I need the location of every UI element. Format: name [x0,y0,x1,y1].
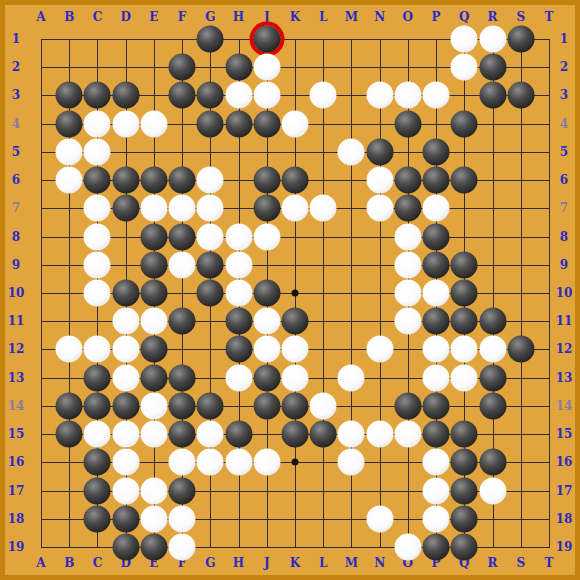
intersection[interactable] [112,25,140,53]
intersection[interactable] [83,194,111,222]
intersection[interactable] [112,166,140,194]
intersection[interactable] [478,222,506,250]
intersection[interactable] [83,448,111,476]
intersection[interactable] [112,279,140,307]
intersection[interactable] [140,476,168,504]
intersection[interactable] [140,81,168,109]
intersection[interactable] [168,420,196,448]
intersection[interactable] [140,533,168,561]
intersection[interactable] [478,279,506,307]
intersection[interactable] [337,222,365,250]
intersection[interactable] [55,110,83,138]
intersection[interactable] [112,364,140,392]
intersection[interactable] [196,194,224,222]
intersection[interactable] [196,307,224,335]
intersection[interactable] [83,364,111,392]
intersection[interactable] [309,392,337,420]
intersection[interactable] [337,110,365,138]
intersection[interactable] [168,448,196,476]
intersection[interactable] [168,533,196,561]
intersection[interactable] [535,166,563,194]
intersection[interactable] [309,110,337,138]
intersection[interactable] [253,476,281,504]
intersection[interactable] [224,448,252,476]
intersection[interactable] [450,279,478,307]
intersection[interactable] [309,420,337,448]
intersection[interactable] [168,222,196,250]
intersection[interactable] [140,25,168,53]
intersection[interactable] [535,392,563,420]
intersection[interactable] [196,364,224,392]
intersection[interactable] [55,392,83,420]
intersection[interactable] [253,138,281,166]
intersection[interactable] [394,53,422,81]
intersection[interactable] [281,392,309,420]
intersection[interactable] [253,364,281,392]
intersection[interactable] [27,166,55,194]
intersection[interactable] [281,25,309,53]
intersection[interactable] [450,392,478,420]
intersection[interactable] [281,420,309,448]
intersection[interactable] [168,335,196,363]
intersection[interactable] [224,307,252,335]
intersection[interactable] [281,251,309,279]
intersection[interactable] [55,81,83,109]
intersection[interactable] [394,110,422,138]
intersection[interactable] [478,25,506,53]
intersection[interactable] [422,364,450,392]
intersection[interactable] [394,448,422,476]
intersection[interactable] [478,53,506,81]
intersection[interactable] [224,194,252,222]
intersection[interactable] [422,222,450,250]
intersection[interactable] [309,138,337,166]
intersection[interactable] [478,307,506,335]
intersection[interactable] [55,53,83,81]
intersection[interactable] [196,222,224,250]
intersection[interactable] [196,25,224,53]
intersection[interactable] [337,194,365,222]
intersection[interactable] [309,476,337,504]
intersection[interactable] [168,364,196,392]
intersection[interactable] [281,505,309,533]
intersection[interactable] [224,166,252,194]
intersection[interactable] [27,392,55,420]
intersection[interactable] [224,279,252,307]
intersection[interactable] [309,505,337,533]
intersection[interactable] [309,448,337,476]
intersection[interactable] [422,53,450,81]
intersection[interactable] [337,279,365,307]
intersection[interactable] [366,335,394,363]
intersection[interactable] [253,110,281,138]
intersection[interactable] [478,81,506,109]
intersection[interactable] [394,476,422,504]
intersection[interactable] [27,505,55,533]
intersection[interactable] [309,307,337,335]
intersection[interactable] [450,505,478,533]
intersection[interactable] [281,110,309,138]
intersection[interactable] [253,251,281,279]
intersection[interactable] [196,533,224,561]
intersection[interactable] [196,420,224,448]
intersection[interactable] [112,222,140,250]
intersection[interactable] [394,81,422,109]
intersection[interactable] [168,392,196,420]
intersection[interactable] [337,53,365,81]
intersection[interactable] [196,476,224,504]
intersection[interactable] [422,25,450,53]
intersection[interactable] [27,138,55,166]
intersection[interactable] [394,364,422,392]
intersection[interactable] [478,420,506,448]
intersection[interactable] [422,335,450,363]
intersection[interactable] [507,166,535,194]
intersection[interactable] [478,533,506,561]
intersection[interactable] [27,194,55,222]
intersection[interactable] [140,448,168,476]
intersection[interactable] [422,505,450,533]
intersection[interactable] [507,420,535,448]
intersection[interactable] [394,25,422,53]
intersection[interactable] [507,222,535,250]
intersection[interactable] [168,138,196,166]
intersection[interactable] [422,251,450,279]
intersection[interactable] [337,505,365,533]
intersection[interactable] [535,307,563,335]
intersection[interactable] [366,138,394,166]
intersection[interactable] [394,335,422,363]
intersection[interactable] [253,194,281,222]
intersection[interactable] [196,166,224,194]
intersection[interactable] [253,307,281,335]
intersection[interactable] [507,448,535,476]
intersection[interactable] [196,110,224,138]
intersection[interactable] [224,335,252,363]
intersection[interactable] [83,81,111,109]
intersection[interactable] [224,110,252,138]
intersection[interactable] [196,505,224,533]
intersection[interactable] [535,279,563,307]
intersection[interactable] [224,222,252,250]
intersection[interactable] [140,53,168,81]
intersection[interactable] [478,194,506,222]
intersection[interactable] [27,279,55,307]
intersection[interactable] [507,279,535,307]
intersection[interactable] [478,476,506,504]
intersection[interactable] [422,166,450,194]
intersection[interactable] [478,364,506,392]
intersection[interactable] [366,25,394,53]
intersection[interactable] [27,533,55,561]
intersection[interactable] [394,251,422,279]
intersection[interactable] [55,364,83,392]
intersection[interactable] [309,364,337,392]
intersection[interactable] [27,251,55,279]
intersection[interactable] [309,251,337,279]
intersection[interactable] [281,476,309,504]
intersection[interactable] [55,505,83,533]
intersection[interactable] [450,25,478,53]
intersection[interactable] [478,166,506,194]
intersection[interactable] [55,279,83,307]
intersection[interactable] [55,25,83,53]
intersection[interactable] [394,279,422,307]
intersection[interactable] [478,448,506,476]
intersection[interactable] [366,222,394,250]
intersection[interactable] [112,420,140,448]
intersection[interactable] [366,81,394,109]
intersection[interactable] [535,364,563,392]
intersection[interactable] [253,505,281,533]
intersection[interactable] [112,307,140,335]
intersection[interactable] [450,307,478,335]
intersection[interactable] [337,364,365,392]
intersection[interactable] [140,364,168,392]
intersection[interactable] [168,53,196,81]
intersection[interactable] [450,53,478,81]
intersection[interactable] [27,307,55,335]
intersection[interactable] [366,251,394,279]
intersection[interactable] [27,222,55,250]
intersection[interactable] [422,194,450,222]
intersection[interactable] [196,81,224,109]
intersection[interactable] [168,279,196,307]
intersection[interactable] [83,53,111,81]
intersection[interactable] [55,222,83,250]
intersection[interactable] [55,251,83,279]
intersection[interactable] [337,392,365,420]
intersection[interactable] [140,505,168,533]
intersection[interactable] [535,53,563,81]
intersection[interactable] [394,420,422,448]
intersection[interactable] [27,448,55,476]
intersection[interactable] [535,194,563,222]
intersection[interactable] [281,138,309,166]
intersection[interactable] [281,533,309,561]
intersection[interactable] [83,533,111,561]
intersection[interactable] [337,81,365,109]
intersection[interactable] [337,476,365,504]
intersection[interactable] [253,279,281,307]
intersection[interactable] [112,476,140,504]
intersection[interactable] [366,53,394,81]
intersection[interactable] [196,138,224,166]
intersection[interactable] [450,110,478,138]
intersection[interactable] [535,251,563,279]
intersection[interactable] [422,392,450,420]
intersection[interactable] [27,335,55,363]
intersection[interactable] [478,505,506,533]
intersection[interactable] [253,448,281,476]
intersection[interactable] [140,138,168,166]
intersection[interactable] [140,420,168,448]
intersection[interactable] [337,335,365,363]
intersection[interactable] [168,251,196,279]
intersection[interactable] [281,448,309,476]
intersection[interactable] [535,110,563,138]
intersection[interactable] [478,335,506,363]
intersection[interactable] [309,279,337,307]
intersection[interactable] [535,505,563,533]
intersection[interactable] [535,335,563,363]
intersection[interactable] [309,166,337,194]
intersection[interactable] [478,251,506,279]
intersection[interactable] [422,448,450,476]
intersection[interactable] [281,53,309,81]
intersection[interactable] [535,533,563,561]
intersection[interactable] [168,476,196,504]
intersection[interactable] [478,392,506,420]
intersection[interactable] [281,307,309,335]
intersection[interactable] [309,81,337,109]
intersection[interactable] [337,251,365,279]
intersection[interactable] [83,476,111,504]
intersection[interactable] [253,533,281,561]
intersection[interactable] [366,420,394,448]
intersection[interactable] [168,505,196,533]
intersection[interactable] [55,533,83,561]
intersection[interactable] [253,222,281,250]
intersection[interactable] [55,476,83,504]
intersection[interactable] [535,25,563,53]
intersection[interactable] [507,138,535,166]
intersection[interactable] [507,307,535,335]
intersection[interactable] [281,81,309,109]
intersection[interactable] [83,222,111,250]
intersection[interactable] [394,194,422,222]
intersection[interactable] [507,53,535,81]
intersection[interactable] [112,392,140,420]
intersection[interactable] [140,307,168,335]
intersection[interactable] [55,307,83,335]
intersection[interactable] [112,251,140,279]
intersection[interactable] [281,335,309,363]
intersection[interactable] [450,194,478,222]
intersection[interactable] [83,251,111,279]
intersection[interactable] [394,307,422,335]
intersection[interactable] [366,364,394,392]
intersection[interactable] [422,476,450,504]
intersection[interactable] [422,420,450,448]
intersection[interactable] [168,110,196,138]
intersection[interactable] [83,392,111,420]
intersection[interactable] [394,505,422,533]
intersection[interactable] [55,335,83,363]
intersection[interactable] [112,335,140,363]
intersection[interactable] [507,533,535,561]
intersection[interactable] [55,138,83,166]
intersection[interactable] [196,251,224,279]
intersection[interactable] [507,505,535,533]
intersection[interactable] [337,25,365,53]
intersection[interactable] [337,166,365,194]
intersection[interactable] [83,110,111,138]
intersection[interactable] [140,194,168,222]
intersection[interactable] [83,279,111,307]
intersection[interactable] [253,392,281,420]
intersection[interactable] [309,335,337,363]
intersection[interactable] [83,166,111,194]
intersection[interactable] [535,420,563,448]
intersection[interactable] [224,505,252,533]
intersection[interactable] [83,505,111,533]
intersection[interactable] [394,166,422,194]
intersection[interactable] [168,194,196,222]
intersection[interactable] [535,448,563,476]
intersection[interactable] [27,81,55,109]
intersection[interactable] [112,81,140,109]
intersection[interactable] [27,53,55,81]
intersection[interactable] [83,420,111,448]
intersection[interactable] [196,448,224,476]
intersection[interactable] [168,166,196,194]
intersection[interactable] [281,279,309,307]
intersection[interactable] [27,364,55,392]
intersection[interactable] [366,505,394,533]
intersection[interactable] [140,222,168,250]
intersection[interactable] [450,335,478,363]
intersection[interactable] [112,110,140,138]
intersection[interactable] [224,364,252,392]
intersection[interactable] [450,81,478,109]
intersection[interactable] [535,138,563,166]
intersection[interactable] [281,166,309,194]
intersection[interactable] [112,448,140,476]
intersection[interactable] [422,533,450,561]
intersection[interactable] [27,476,55,504]
intersection[interactable] [27,110,55,138]
intersection[interactable] [535,81,563,109]
intersection[interactable] [27,420,55,448]
intersection[interactable] [309,194,337,222]
intersection[interactable] [422,138,450,166]
intersection[interactable] [507,476,535,504]
intersection[interactable] [366,194,394,222]
intersection[interactable] [337,448,365,476]
intersection[interactable] [337,138,365,166]
intersection[interactable] [112,53,140,81]
intersection[interactable] [366,533,394,561]
intersection[interactable] [83,25,111,53]
intersection[interactable] [450,364,478,392]
intersection[interactable] [224,392,252,420]
intersection[interactable] [394,222,422,250]
intersection[interactable] [281,364,309,392]
intersection[interactable] [281,194,309,222]
intersection[interactable] [112,533,140,561]
intersection[interactable] [27,25,55,53]
intersection[interactable] [224,138,252,166]
intersection[interactable] [394,138,422,166]
intersection[interactable] [309,25,337,53]
intersection[interactable] [196,53,224,81]
intersection[interactable] [168,81,196,109]
intersection[interactable] [507,110,535,138]
intersection[interactable] [55,420,83,448]
intersection[interactable] [366,392,394,420]
intersection[interactable] [337,307,365,335]
intersection[interactable] [366,476,394,504]
intersection[interactable] [196,392,224,420]
intersection[interactable] [140,110,168,138]
intersection[interactable] [168,25,196,53]
intersection[interactable] [253,53,281,81]
intersection[interactable] [224,533,252,561]
intersection[interactable] [224,251,252,279]
intersection[interactable] [140,166,168,194]
intersection[interactable] [224,25,252,53]
